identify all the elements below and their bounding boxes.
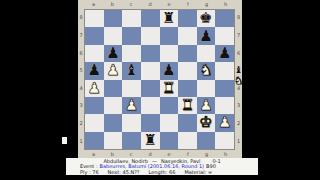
square-e6[interactable] <box>160 45 179 62</box>
square-b1[interactable] <box>104 132 123 149</box>
square-d2[interactable] <box>141 114 160 131</box>
square-h7[interactable] <box>215 27 234 44</box>
piece-white-pawn: ♟ <box>218 115 231 130</box>
file-label-h: h <box>216 0 235 9</box>
square-h5[interactable] <box>215 62 234 79</box>
stats-line: Ply : 76 Next: 45.N?? Length: 66 Materia… <box>69 170 255 176</box>
piece-black-pawn: ♟ <box>162 63 175 78</box>
square-g1[interactable] <box>197 132 216 149</box>
square-d1[interactable]: ♜ <box>141 132 160 149</box>
video-frame: abcdefgh 87654321 ♜♚♟♟♟♟♟♝♟♞♟♜♟♜♟♚♟♜ 876… <box>0 0 320 180</box>
piece-black-king: ♚ <box>199 11 212 26</box>
piece-white-pawn: ♟ <box>106 63 119 78</box>
file-label-a: a <box>84 0 103 9</box>
piece-white-rook: ♜ <box>162 81 175 96</box>
piece-black-pawn: ♟ <box>218 46 231 61</box>
square-d3[interactable] <box>141 97 160 114</box>
file-label-h: h <box>216 150 235 158</box>
stat-next-move: Next: 45.N?? <box>108 170 140 176</box>
square-g5[interactable]: ♞ <box>197 62 216 79</box>
square-f1[interactable] <box>178 132 197 149</box>
file-label-c: c <box>122 150 141 158</box>
corner-spacer <box>235 0 242 9</box>
piece-white-pawn: ♟ <box>199 98 212 113</box>
square-g6[interactable] <box>197 45 216 62</box>
square-c4[interactable] <box>122 80 141 97</box>
file-label-b: b <box>103 0 122 9</box>
rank-label-1: 1 <box>235 132 242 150</box>
square-a2[interactable] <box>85 114 104 131</box>
square-f3[interactable]: ♜ <box>178 97 197 114</box>
square-e1[interactable] <box>160 132 179 149</box>
rank-label-6: 6 <box>235 44 242 62</box>
square-e7[interactable] <box>160 27 179 44</box>
black-bishop-icon: ♝ <box>234 65 243 75</box>
square-e3[interactable] <box>160 97 179 114</box>
file-label-c: c <box>122 0 141 9</box>
white-marker <box>62 137 67 144</box>
file-label-e: e <box>160 150 179 158</box>
square-h4[interactable] <box>215 80 234 97</box>
square-a6[interactable] <box>85 45 104 62</box>
square-f7[interactable] <box>178 27 197 44</box>
square-b7[interactable] <box>104 27 123 44</box>
square-a3[interactable] <box>85 97 104 114</box>
file-label-d: d <box>141 0 160 9</box>
rank-label-3: 3 <box>235 97 242 115</box>
square-g2[interactable]: ♚ <box>197 114 216 131</box>
square-c2[interactable] <box>122 114 141 131</box>
square-h8[interactable] <box>215 10 234 27</box>
piece-white-pawn: ♟ <box>88 81 101 96</box>
square-a1[interactable] <box>85 132 104 149</box>
square-h6[interactable]: ♟ <box>215 45 234 62</box>
square-f4[interactable] <box>178 80 197 97</box>
square-f5[interactable] <box>178 62 197 79</box>
square-c5[interactable]: ♝ <box>122 62 141 79</box>
file-label-d: d <box>141 150 160 158</box>
square-c6[interactable] <box>122 45 141 62</box>
file-labels-top: abcdefgh <box>84 0 235 9</box>
square-c3[interactable]: ♟ <box>122 97 141 114</box>
square-g8[interactable]: ♚ <box>197 10 216 27</box>
square-h1[interactable] <box>215 132 234 149</box>
game-caption: Abdullaev, Nodirb — Nasyedkin, Pavl 0-1 … <box>66 158 258 175</box>
square-h3[interactable] <box>215 97 234 114</box>
square-f8[interactable] <box>178 10 197 27</box>
piece-black-rook: ♜ <box>143 133 156 148</box>
square-d8[interactable] <box>141 10 160 27</box>
square-b2[interactable] <box>104 114 123 131</box>
square-c8[interactable] <box>122 10 141 27</box>
square-a7[interactable] <box>85 27 104 44</box>
material-difference-tray: ♝ ♞ <box>233 65 244 86</box>
file-label-g: g <box>197 0 216 9</box>
square-b8[interactable] <box>104 10 123 27</box>
square-b4[interactable] <box>104 80 123 97</box>
square-h2[interactable]: ♟ <box>215 114 234 131</box>
file-label-g: g <box>197 150 216 158</box>
white-knight-icon: ♞ <box>234 76 243 86</box>
file-label-f: f <box>178 0 197 9</box>
square-e2[interactable] <box>160 114 179 131</box>
board-with-coordinates: abcdefgh 87654321 ♜♚♟♟♟♟♟♝♟♞♟♜♟♜♟♚♟♜ 876… <box>78 0 242 158</box>
square-b6[interactable]: ♟ <box>104 45 123 62</box>
square-g3[interactable]: ♟ <box>197 97 216 114</box>
stat-length: Length: 66 <box>149 170 176 176</box>
piece-black-pawn: ♟ <box>88 63 101 78</box>
square-b5[interactable]: ♟ <box>104 62 123 79</box>
piece-black-pawn: ♟ <box>199 29 212 44</box>
square-f6[interactable] <box>178 45 197 62</box>
square-a4[interactable]: ♟ <box>85 80 104 97</box>
piece-black-rook: ♜ <box>162 11 175 26</box>
file-label-f: f <box>178 150 197 158</box>
rank-label-8: 8 <box>235 9 242 27</box>
rank-label-2: 2 <box>235 115 242 133</box>
square-g7[interactable]: ♟ <box>197 27 216 44</box>
square-b3[interactable] <box>104 97 123 114</box>
piece-black-bishop: ♝ <box>125 63 138 78</box>
square-c7[interactable] <box>122 27 141 44</box>
square-a8[interactable] <box>85 10 104 27</box>
square-d6[interactable] <box>141 45 160 62</box>
piece-white-pawn: ♟ <box>125 98 138 113</box>
square-e4[interactable]: ♜ <box>160 80 179 97</box>
stat-material: Material: = <box>184 170 212 176</box>
file-label-a: a <box>84 150 103 158</box>
square-d4[interactable] <box>141 80 160 97</box>
chess-board: ♜♚♟♟♟♟♟♝♟♞♟♜♟♜♟♚♟♜ <box>84 9 235 150</box>
piece-white-rook: ♜ <box>181 98 194 113</box>
square-e5[interactable]: ♟ <box>160 62 179 79</box>
square-c1[interactable] <box>122 132 141 149</box>
file-label-e: e <box>160 0 179 9</box>
rank-label-7: 7 <box>235 27 242 45</box>
file-labels-bottom: abcdefgh <box>84 150 235 158</box>
square-f2[interactable] <box>178 114 197 131</box>
square-e8[interactable]: ♜ <box>160 10 179 27</box>
square-d5[interactable] <box>141 62 160 79</box>
square-g4[interactable] <box>197 80 216 97</box>
stat-ply: Ply : 76 <box>80 170 99 176</box>
piece-white-knight: ♞ <box>199 63 212 78</box>
corner-spacer <box>235 150 242 158</box>
square-d7[interactable] <box>141 27 160 44</box>
square-a5[interactable]: ♟ <box>85 62 104 79</box>
piece-white-king: ♚ <box>199 115 212 130</box>
piece-black-pawn: ♟ <box>106 46 119 61</box>
file-label-b: b <box>103 150 122 158</box>
